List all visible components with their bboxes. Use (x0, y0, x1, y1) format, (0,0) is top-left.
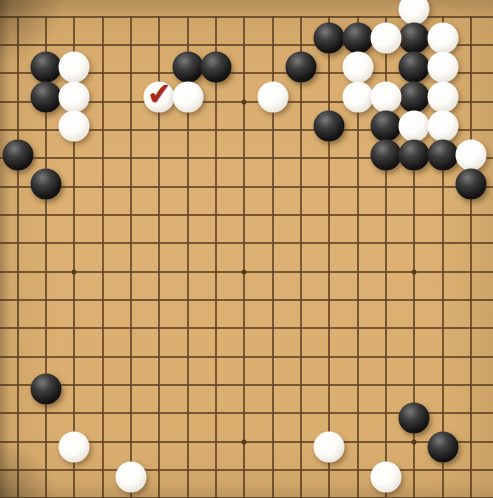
black-stone (399, 23, 430, 54)
black-stone (30, 374, 61, 405)
black-stone (399, 81, 430, 112)
black-stone (314, 110, 345, 141)
white-stone (427, 23, 458, 54)
white-stone (115, 461, 146, 492)
black-stone (427, 140, 458, 171)
white-stone (314, 432, 345, 463)
grid-line-vertical (300, 16, 302, 498)
white-stone (370, 81, 401, 112)
black-stone (455, 169, 486, 200)
black-stone (427, 432, 458, 463)
star-point (242, 439, 247, 444)
black-stone (370, 140, 401, 171)
grid-line-vertical (243, 16, 245, 498)
black-stone (399, 403, 430, 434)
black-stone (342, 23, 373, 54)
go-board[interactable]: ✔ (0, 17, 493, 498)
white-stone (370, 461, 401, 492)
grid-line-horizontal (0, 299, 493, 301)
go-app-window: ✔ (0, 0, 493, 498)
grid-line-horizontal (0, 242, 493, 244)
white-stone (342, 81, 373, 112)
grid-line-vertical (17, 16, 19, 498)
black-stone (399, 140, 430, 171)
white-stone (59, 52, 90, 83)
black-stone (200, 52, 231, 83)
black-stone (30, 52, 61, 83)
white-stone (59, 432, 90, 463)
grid-line-horizontal (0, 186, 493, 188)
white-stone (257, 81, 288, 112)
white-stone (455, 140, 486, 171)
white-stone (399, 0, 430, 25)
grid-line-horizontal (0, 327, 493, 329)
white-stone (399, 110, 430, 141)
grid-line-horizontal (0, 384, 493, 386)
star-point (242, 99, 247, 104)
grid-line-vertical (328, 16, 330, 498)
star-point (412, 439, 417, 444)
grid-line-horizontal (0, 356, 493, 358)
grid-line-vertical (215, 16, 217, 498)
black-stone (370, 110, 401, 141)
white-stone (370, 23, 401, 54)
white-stone (172, 81, 203, 112)
black-stone (172, 52, 203, 83)
correct-move-check-icon: ✔ (146, 78, 173, 110)
black-stone (314, 23, 345, 54)
grid-line-horizontal (0, 469, 493, 471)
black-stone (399, 52, 430, 83)
white-stone: ✔ (144, 81, 175, 112)
black-stone (285, 52, 316, 83)
white-stone (342, 52, 373, 83)
grid-line-horizontal (0, 214, 493, 216)
star-point (72, 269, 77, 274)
white-stone (59, 81, 90, 112)
black-stone (30, 81, 61, 112)
black-stone (30, 169, 61, 200)
grid-line-vertical (102, 16, 104, 498)
white-stone (427, 81, 458, 112)
white-stone (427, 110, 458, 141)
star-point (412, 269, 417, 274)
grid-line-vertical (130, 16, 132, 498)
black-stone (2, 140, 33, 171)
grid-line-vertical (470, 16, 472, 498)
white-stone (427, 52, 458, 83)
star-point (242, 269, 247, 274)
white-stone (59, 110, 90, 141)
